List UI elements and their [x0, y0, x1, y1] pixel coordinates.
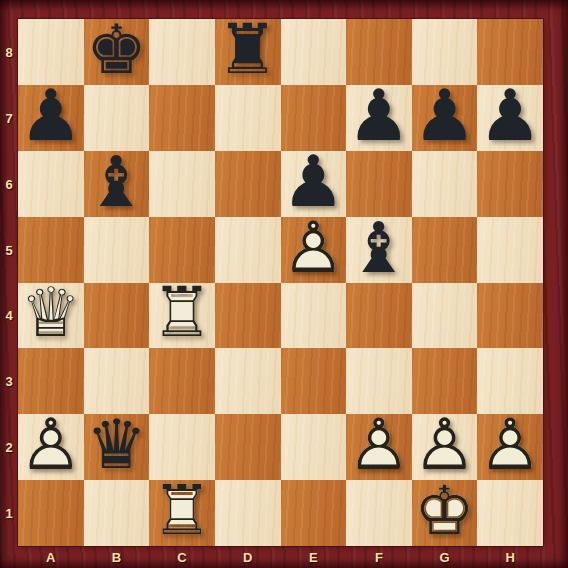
chess-app: ♚♜♟♟♟♟♝♟♟♙♝♛♕♜♖♟♙♛♟♙♟♙♟♙♜♖♚♔ 87654321ABC… — [0, 0, 568, 568]
white-rook-outline-glyph: ♖ — [151, 279, 213, 348]
square-b6[interactable]: ♝ — [84, 151, 150, 217]
square-a7[interactable]: ♟ — [18, 85, 84, 151]
rank-label-4: 4 — [5, 308, 12, 323]
file-label-h: H — [505, 550, 514, 565]
piece-black-bishop[interactable]: ♝ — [84, 151, 150, 217]
file-label-c: C — [177, 550, 186, 565]
square-b4[interactable] — [84, 283, 150, 349]
square-g4[interactable] — [412, 283, 478, 349]
square-a2[interactable]: ♟♙ — [18, 414, 84, 480]
black-pawn-glyph: ♟ — [347, 80, 411, 151]
square-e5[interactable]: ♟♙ — [281, 217, 347, 283]
square-h4[interactable] — [477, 283, 543, 349]
square-c7[interactable] — [149, 85, 215, 151]
piece-white-rook[interactable]: ♜♖ — [149, 480, 215, 546]
file-label-g: G — [440, 550, 450, 565]
white-king-outline-glyph: ♔ — [414, 477, 475, 545]
square-b8[interactable]: ♚ — [84, 19, 150, 85]
square-g6[interactable] — [412, 151, 478, 217]
piece-black-bishop[interactable]: ♝ — [346, 217, 412, 283]
white-pawn-outline-glyph: ♙ — [413, 410, 477, 481]
square-h1[interactable] — [477, 480, 543, 546]
file-label-f: F — [375, 550, 383, 565]
piece-black-queen[interactable]: ♛ — [84, 414, 150, 480]
black-bishop-glyph: ♝ — [85, 147, 148, 217]
black-bishop-glyph: ♝ — [348, 212, 411, 282]
square-c3[interactable] — [149, 348, 215, 414]
piece-black-pawn[interactable]: ♟ — [477, 85, 543, 151]
square-d1[interactable] — [215, 480, 281, 546]
square-e1[interactable] — [281, 480, 347, 546]
piece-white-queen[interactable]: ♛♕ — [18, 283, 84, 349]
square-b1[interactable] — [84, 480, 150, 546]
square-c1[interactable]: ♜♖ — [149, 480, 215, 546]
rank-label-2: 2 — [5, 440, 12, 455]
white-pawn-outline-glyph: ♙ — [281, 212, 345, 283]
piece-black-pawn[interactable]: ♟ — [412, 85, 478, 151]
square-g5[interactable] — [412, 217, 478, 283]
black-pawn-glyph: ♟ — [19, 80, 83, 151]
square-h7[interactable]: ♟ — [477, 85, 543, 151]
black-king-glyph: ♚ — [86, 16, 147, 84]
rank-label-7: 7 — [5, 110, 12, 125]
square-f2[interactable]: ♟♙ — [346, 414, 412, 480]
square-h5[interactable] — [477, 217, 543, 283]
square-b2[interactable]: ♛ — [84, 414, 150, 480]
piece-white-pawn[interactable]: ♟♙ — [477, 414, 543, 480]
rank-label-1: 1 — [5, 506, 12, 521]
square-f7[interactable]: ♟ — [346, 85, 412, 151]
square-d2[interactable] — [215, 414, 281, 480]
piece-white-king[interactable]: ♚♔ — [412, 480, 478, 546]
black-queen-glyph: ♛ — [86, 411, 147, 479]
square-e4[interactable] — [281, 283, 347, 349]
square-d8[interactable]: ♜ — [215, 19, 281, 85]
piece-white-pawn[interactable]: ♟♙ — [281, 217, 347, 283]
square-c6[interactable] — [149, 151, 215, 217]
square-c8[interactable] — [149, 19, 215, 85]
square-e3[interactable] — [281, 348, 347, 414]
file-label-d: D — [243, 550, 252, 565]
square-f1[interactable] — [346, 480, 412, 546]
white-rook-outline-glyph: ♖ — [151, 476, 213, 545]
chess-board: ♚♜♟♟♟♟♝♟♟♙♝♛♕♜♖♟♙♛♟♙♟♙♟♙♜♖♚♔ — [18, 19, 543, 546]
file-label-e: E — [309, 550, 318, 565]
piece-white-pawn[interactable]: ♟♙ — [346, 414, 412, 480]
rank-label-3: 3 — [5, 374, 12, 389]
square-d7[interactable] — [215, 85, 281, 151]
square-a1[interactable] — [18, 480, 84, 546]
square-d6[interactable] — [215, 151, 281, 217]
square-f4[interactable] — [346, 283, 412, 349]
square-a4[interactable]: ♛♕ — [18, 283, 84, 349]
rank-label-5: 5 — [5, 242, 12, 257]
piece-black-rook[interactable]: ♜ — [215, 19, 281, 85]
piece-black-pawn[interactable]: ♟ — [18, 85, 84, 151]
file-label-b: B — [112, 550, 121, 565]
file-label-a: A — [46, 550, 55, 565]
black-pawn-glyph: ♟ — [413, 80, 477, 151]
square-c4[interactable]: ♜♖ — [149, 283, 215, 349]
white-queen-outline-glyph: ♕ — [20, 279, 81, 347]
square-a6[interactable] — [18, 151, 84, 217]
piece-black-pawn[interactable]: ♟ — [346, 85, 412, 151]
square-f5[interactable]: ♝ — [346, 217, 412, 283]
square-g7[interactable]: ♟ — [412, 85, 478, 151]
square-h2[interactable]: ♟♙ — [477, 414, 543, 480]
rank-label-6: 6 — [5, 176, 12, 191]
piece-black-king[interactable]: ♚ — [84, 19, 150, 85]
square-d3[interactable] — [215, 348, 281, 414]
piece-white-rook[interactable]: ♜♖ — [149, 283, 215, 349]
square-d5[interactable] — [215, 217, 281, 283]
square-d4[interactable] — [215, 283, 281, 349]
white-pawn-outline-glyph: ♙ — [347, 410, 411, 481]
black-pawn-glyph: ♟ — [478, 80, 542, 151]
square-e8[interactable] — [281, 19, 347, 85]
square-b5[interactable] — [84, 217, 150, 283]
square-h6[interactable] — [477, 151, 543, 217]
black-rook-glyph: ♜ — [217, 15, 279, 84]
square-g1[interactable]: ♚♔ — [412, 480, 478, 546]
rank-label-8: 8 — [5, 44, 12, 59]
white-pawn-outline-glyph: ♙ — [478, 410, 542, 481]
white-pawn-outline-glyph: ♙ — [19, 410, 83, 481]
piece-white-pawn[interactable]: ♟♙ — [18, 414, 84, 480]
square-e2[interactable] — [281, 414, 347, 480]
